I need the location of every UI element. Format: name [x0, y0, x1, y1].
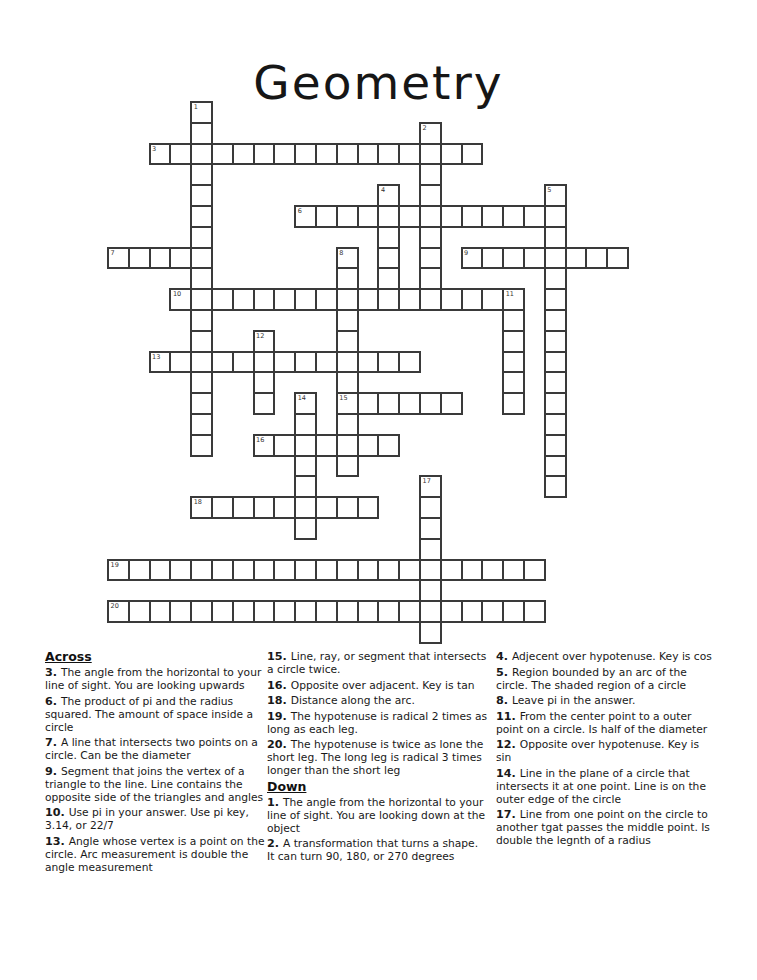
cell-number-15: 15 [339, 394, 347, 402]
grid-cell-r16c7[interactable]: 16 [253, 434, 276, 457]
grid-cell-r9c18[interactable] [481, 288, 504, 311]
grid-cell-r12c3[interactable] [169, 351, 192, 374]
grid-cell-r4c13[interactable]: 4 [377, 184, 400, 207]
clue-number: 7. [45, 736, 61, 749]
grid-cell-r5c15[interactable] [419, 205, 442, 228]
grid-cell-r3c4[interactable] [190, 163, 213, 186]
grid-cell-r9c5[interactable] [211, 288, 234, 311]
clue-down-11: 11. From the center point to a outer poi… [496, 710, 717, 736]
grid-cell-r2c5[interactable] [211, 143, 234, 166]
clue-across-7: 7. A line that intersects two points on … [45, 736, 266, 762]
grid-cell-r2c7[interactable] [253, 143, 276, 166]
grid-cell-r14c11[interactable]: 15 [336, 392, 359, 415]
clue-number: 10. [45, 806, 69, 819]
grid-cell-r2c2[interactable]: 3 [149, 143, 172, 166]
clue-column-2: 15. Line, ray, or segment that intersect… [267, 650, 488, 866]
grid-cell-r12c21[interactable] [544, 351, 567, 374]
grid-cell-r2c12[interactable] [357, 143, 380, 166]
clue-across-13: 13. Angle whose vertex is a point on the… [45, 835, 266, 874]
cell-number-1: 1 [194, 103, 198, 111]
grid-cell-r12c5[interactable] [211, 351, 234, 374]
clue-down-4: 4. Adjecent over hypotenuse. Key is cos [496, 650, 717, 663]
grid-cell-r10c4[interactable] [190, 309, 213, 332]
clue-number: 11. [496, 710, 520, 723]
grid-cell-r6c4[interactable] [190, 226, 213, 249]
grid-cell-r20c15[interactable] [419, 517, 442, 540]
grid-cell-r5c17[interactable] [461, 205, 484, 228]
grid-cell-r22c4[interactable] [190, 559, 213, 582]
grid-cell-r15c11[interactable] [336, 413, 359, 436]
clue-across-19: 19. The hypotenuse is radical 2 times as… [267, 710, 488, 736]
crossword-worksheet-page: Geometry 1234567891011121314151617181920… [0, 0, 757, 980]
grid-cell-r5c10[interactable] [315, 205, 338, 228]
grid-cell-r13c11[interactable] [336, 371, 359, 394]
grid-cell-r7c3[interactable] [169, 247, 192, 270]
grid-cell-r6c13[interactable] [377, 226, 400, 249]
grid-cell-r12c9[interactable] [294, 351, 317, 374]
grid-cell-r24c3[interactable] [169, 600, 192, 623]
grid-cell-r7c22[interactable] [565, 247, 588, 270]
grid-cell-r24c13[interactable] [377, 600, 400, 623]
grid-cell-r19c7[interactable] [253, 496, 276, 519]
grid-cell-r19c15[interactable] [419, 496, 442, 519]
grid-cell-r22c7[interactable] [253, 559, 276, 582]
crossword-grid: 1234567891011121314151617181920 [107, 101, 630, 645]
grid-cell-r16c8[interactable] [273, 434, 296, 457]
clue-across-3: 3. The angle from the horizontal to your… [45, 666, 266, 692]
grid-cell-r19c6[interactable] [232, 496, 255, 519]
clue-number: 20. [267, 738, 291, 751]
grid-cell-r15c9[interactable] [294, 413, 317, 436]
grid-cell-r17c21[interactable] [544, 455, 567, 478]
grid-cell-r1c15[interactable]: 2 [419, 122, 442, 145]
grid-cell-r22c11[interactable] [336, 559, 359, 582]
grid-cell-r7c1[interactable] [128, 247, 151, 270]
grid-cell-r7c0[interactable]: 7 [107, 247, 130, 270]
grid-cell-r22c19[interactable] [502, 559, 525, 582]
clue-number: 14. [496, 767, 520, 780]
grid-cell-r9c21[interactable] [544, 288, 567, 311]
grid-cell-r18c9[interactable] [294, 475, 317, 498]
cell-number-5: 5 [547, 186, 551, 194]
grid-cell-r16c11[interactable] [336, 434, 359, 457]
grid-cell-r24c18[interactable] [481, 600, 504, 623]
grid-cell-r14c7[interactable] [253, 392, 276, 415]
grid-cell-r23c15[interactable] [419, 579, 442, 602]
grid-cell-r7c2[interactable] [149, 247, 172, 270]
clue-number: 4. [496, 650, 512, 663]
cell-number-9: 9 [464, 249, 468, 257]
grid-cell-r13c4[interactable] [190, 371, 213, 394]
grid-cell-r20c9[interactable] [294, 517, 317, 540]
grid-cell-r24c11[interactable] [336, 600, 359, 623]
grid-cell-r19c11[interactable] [336, 496, 359, 519]
grid-cell-r4c21[interactable]: 5 [544, 184, 567, 207]
grid-cell-r16c13[interactable] [377, 434, 400, 457]
clue-column-1: Across3. The angle from the horizontal t… [45, 650, 266, 876]
grid-cell-r13c7[interactable] [253, 371, 276, 394]
cell-number-16: 16 [256, 436, 264, 444]
cell-number-10: 10 [173, 290, 181, 298]
grid-cell-r2c11[interactable] [336, 143, 359, 166]
grid-cell-r0c4[interactable]: 1 [190, 101, 213, 124]
grid-cell-r24c19[interactable] [502, 600, 525, 623]
cell-number-13: 13 [152, 353, 160, 361]
grid-cell-r11c21[interactable] [544, 330, 567, 353]
grid-cell-r9c17[interactable] [461, 288, 484, 311]
grid-cell-r12c19[interactable] [502, 351, 525, 374]
grid-cell-r22c13[interactable] [377, 559, 400, 582]
grid-cell-r5c20[interactable] [523, 205, 546, 228]
grid-cell-r14c16[interactable] [440, 392, 463, 415]
grid-cell-r10c19[interactable] [502, 309, 525, 332]
grid-cell-r6c15[interactable] [419, 226, 442, 249]
grid-cell-r10c11[interactable] [336, 309, 359, 332]
grid-cell-r9c3[interactable]: 10 [169, 288, 192, 311]
grid-cell-r7c18[interactable] [481, 247, 504, 270]
cell-number-4: 4 [381, 186, 385, 194]
grid-cell-r1c4[interactable] [190, 122, 213, 145]
grid-cell-r24c15[interactable] [419, 600, 442, 623]
grid-cell-r22c6[interactable] [232, 559, 255, 582]
grid-cell-r22c20[interactable] [523, 559, 546, 582]
grid-cell-r14c9[interactable]: 14 [294, 392, 317, 415]
clue-down-1: 1. The angle from the horizontal to your… [267, 796, 488, 835]
grid-cell-r5c14[interactable] [398, 205, 421, 228]
grid-cell-r7c20[interactable] [523, 247, 546, 270]
grid-cell-r13c21[interactable] [544, 371, 567, 394]
cell-number-12: 12 [256, 332, 264, 340]
grid-cell-r12c10[interactable] [315, 351, 338, 374]
grid-cell-r12c6[interactable] [232, 351, 255, 374]
grid-cell-r4c4[interactable] [190, 184, 213, 207]
cell-number-11: 11 [506, 290, 514, 298]
grid-cell-r14c21[interactable] [544, 392, 567, 415]
grid-cell-r2c3[interactable] [169, 143, 192, 166]
grid-cell-r7c15[interactable] [419, 247, 442, 270]
grid-cell-r12c8[interactable] [273, 351, 296, 374]
clue-across-16: 16. Opposite over adjacent. Key is tan [267, 679, 488, 692]
grid-cell-r24c14[interactable] [398, 600, 421, 623]
grid-cell-r2c14[interactable] [398, 143, 421, 166]
grid-cell-r9c16[interactable] [440, 288, 463, 311]
grid-cell-r12c7[interactable] [253, 351, 276, 374]
grid-cell-r22c3[interactable] [169, 559, 192, 582]
grid-cell-r8c11[interactable] [336, 267, 359, 290]
grid-cell-r11c19[interactable] [502, 330, 525, 353]
grid-cell-r24c1[interactable] [128, 600, 151, 623]
clue-number: 6. [45, 695, 61, 708]
grid-cell-r24c10[interactable] [315, 600, 338, 623]
grid-cell-r18c15[interactable]: 17 [419, 475, 442, 498]
clue-number: 1. [267, 796, 283, 809]
grid-cell-r24c17[interactable] [461, 600, 484, 623]
grid-cell-r22c0[interactable]: 19 [107, 559, 130, 582]
grid-cell-r9c10[interactable] [315, 288, 338, 311]
grid-cell-r5c21[interactable] [544, 205, 567, 228]
grid-cell-r5c19[interactable] [502, 205, 525, 228]
grid-cell-r24c5[interactable] [211, 600, 234, 623]
down-clues-header: Down [267, 780, 488, 793]
clue-number: 8. [496, 694, 512, 707]
grid-cell-r9c15[interactable] [419, 288, 442, 311]
grid-cell-r7c11[interactable]: 8 [336, 247, 359, 270]
grid-cell-r14c12[interactable] [357, 392, 380, 415]
grid-cell-r9c8[interactable] [273, 288, 296, 311]
grid-cell-r15c4[interactable] [190, 413, 213, 436]
clue-across-6: 6. The product of pi and the radius squa… [45, 695, 266, 734]
clue-number: 3. [45, 666, 61, 679]
cell-number-3: 3 [152, 145, 156, 153]
grid-cell-r12c2[interactable]: 13 [149, 351, 172, 374]
grid-cell-r24c0[interactable]: 20 [107, 600, 130, 623]
grid-cell-r16c4[interactable] [190, 434, 213, 457]
grid-cell-r8c15[interactable] [419, 267, 442, 290]
grid-cell-r24c4[interactable] [190, 600, 213, 623]
grid-cell-r12c13[interactable] [377, 351, 400, 374]
clue-number: 18. [267, 694, 291, 707]
grid-cell-r24c6[interactable] [232, 600, 255, 623]
grid-cell-r8c4[interactable] [190, 267, 213, 290]
grid-cell-r2c9[interactable] [294, 143, 317, 166]
grid-cell-r12c4[interactable] [190, 351, 213, 374]
grid-cell-r22c2[interactable] [149, 559, 172, 582]
cell-number-14: 14 [298, 394, 306, 402]
clue-number: 15. [267, 650, 291, 663]
grid-cell-r19c9[interactable] [294, 496, 317, 519]
clue-down-14: 14. Line in the plane of a circle that i… [496, 767, 717, 806]
grid-cell-r18c21[interactable] [544, 475, 567, 498]
grid-cell-r19c4[interactable]: 18 [190, 496, 213, 519]
clue-across-9: 9. Segment that joins the vertex of a tr… [45, 765, 266, 804]
clue-across-15: 15. Line, ray, or segment that intersect… [267, 650, 488, 676]
grid-cell-r5c18[interactable] [481, 205, 504, 228]
grid-cell-r24c2[interactable] [149, 600, 172, 623]
clue-down-17: 17. Line from one point on the circle to… [496, 808, 717, 847]
grid-cell-r19c10[interactable] [315, 496, 338, 519]
grid-cell-r9c4[interactable] [190, 288, 213, 311]
clue-number: 17. [496, 808, 520, 821]
grid-cell-r4c15[interactable] [419, 184, 442, 207]
across-clues-header: Across [45, 650, 266, 663]
grid-cell-r2c15[interactable] [419, 143, 442, 166]
grid-cell-r9c9[interactable] [294, 288, 317, 311]
grid-cell-r11c11[interactable] [336, 330, 359, 353]
grid-cell-r9c6[interactable] [232, 288, 255, 311]
grid-cell-r13c19[interactable] [502, 371, 525, 394]
grid-cell-r14c15[interactable] [419, 392, 442, 415]
grid-cell-r19c12[interactable] [357, 496, 380, 519]
grid-cell-r9c7[interactable] [253, 288, 276, 311]
clue-down-8: 8. Leave pi in the answer. [496, 694, 717, 707]
grid-cell-r24c16[interactable] [440, 600, 463, 623]
grid-cell-r7c17[interactable]: 9 [461, 247, 484, 270]
clue-column-3: 4. Adjecent over hypotenuse. Key is cos5… [496, 650, 717, 850]
grid-cell-r22c1[interactable] [128, 559, 151, 582]
grid-cell-r15c21[interactable] [544, 413, 567, 436]
grid-cell-r14c19[interactable] [502, 392, 525, 415]
clue-down-12: 12. Opposite over hypotenuse. Key is sin [496, 738, 717, 764]
grid-cell-r16c9[interactable] [294, 434, 317, 457]
grid-cell-r12c11[interactable] [336, 351, 359, 374]
grid-cell-r22c16[interactable] [440, 559, 463, 582]
grid-cell-r5c9[interactable]: 6 [294, 205, 317, 228]
grid-cell-r7c13[interactable] [377, 247, 400, 270]
grid-cell-r7c24[interactable] [606, 247, 629, 270]
grid-cell-r19c8[interactable] [273, 496, 296, 519]
grid-cell-r3c15[interactable] [419, 163, 442, 186]
grid-cell-r22c10[interactable] [315, 559, 338, 582]
grid-cell-r22c17[interactable] [461, 559, 484, 582]
clue-number: 2. [267, 837, 283, 850]
grid-cell-r7c19[interactable] [502, 247, 525, 270]
grid-cell-r5c16[interactable] [440, 205, 463, 228]
grid-cell-r10c21[interactable] [544, 309, 567, 332]
grid-cell-r22c5[interactable] [211, 559, 234, 582]
grid-cell-r24c9[interactable] [294, 600, 317, 623]
grid-cell-r22c8[interactable] [273, 559, 296, 582]
grid-cell-r5c12[interactable] [357, 205, 380, 228]
clue-number: 5. [496, 666, 512, 679]
grid-cell-r2c16[interactable] [440, 143, 463, 166]
clue-number: 9. [45, 765, 61, 778]
grid-cell-r2c4[interactable] [190, 143, 213, 166]
cell-number-7: 7 [111, 249, 115, 257]
grid-cell-r24c8[interactable] [273, 600, 296, 623]
grid-cell-r11c7[interactable]: 12 [253, 330, 276, 353]
grid-cell-r6c21[interactable] [544, 226, 567, 249]
grid-cell-r22c18[interactable] [481, 559, 504, 582]
grid-cell-r2c10[interactable] [315, 143, 338, 166]
grid-cell-r12c12[interactable] [357, 351, 380, 374]
cell-number-8: 8 [339, 249, 343, 257]
grid-cell-r9c19[interactable]: 11 [502, 288, 525, 311]
grid-cell-r17c11[interactable] [336, 455, 359, 478]
clue-number: 16. [267, 679, 291, 692]
cell-number-17: 17 [423, 477, 431, 485]
grid-cell-r22c14[interactable] [398, 559, 421, 582]
cell-number-6: 6 [298, 207, 302, 215]
grid-cell-r8c21[interactable] [544, 267, 567, 290]
grid-cell-r8c13[interactable] [377, 267, 400, 290]
cell-number-18: 18 [194, 498, 202, 506]
clue-across-20: 20. The hypotenuse is twice as lone the … [267, 738, 488, 777]
grid-cell-r16c21[interactable] [544, 434, 567, 457]
grid-cell-r24c12[interactable] [357, 600, 380, 623]
grid-cell-r9c12[interactable] [357, 288, 380, 311]
grid-cell-r2c17[interactable] [461, 143, 484, 166]
cell-number-20: 20 [111, 602, 119, 610]
clue-number: 12. [496, 738, 520, 751]
grid-cell-r17c9[interactable] [294, 455, 317, 478]
grid-cell-r22c15[interactable] [419, 559, 442, 582]
grid-cell-r7c4[interactable] [190, 247, 213, 270]
grid-cell-r9c14[interactable] [398, 288, 421, 311]
grid-cell-r22c9[interactable] [294, 559, 317, 582]
grid-cell-r7c21[interactable] [544, 247, 567, 270]
grid-cell-r2c8[interactable] [273, 143, 296, 166]
clue-number: 13. [45, 835, 69, 848]
grid-cell-r2c13[interactable] [377, 143, 400, 166]
grid-cell-r2c6[interactable] [232, 143, 255, 166]
grid-cell-r25c15[interactable] [419, 621, 442, 644]
clue-across-18: 18. Distance along the arc. [267, 694, 488, 707]
clue-down-5: 5. Region bounded by an arc of the circl… [496, 666, 717, 692]
grid-cell-r14c13[interactable] [377, 392, 400, 415]
grid-cell-r7c23[interactable] [585, 247, 608, 270]
grid-cell-r14c4[interactable] [190, 392, 213, 415]
grid-cell-r24c20[interactable] [523, 600, 546, 623]
clue-across-10: 10. Use pi in your answer. Use pi key, 3… [45, 806, 266, 832]
grid-cell-r16c10[interactable] [315, 434, 338, 457]
grid-cell-r5c4[interactable] [190, 205, 213, 228]
grid-cell-r22c12[interactable] [357, 559, 380, 582]
grid-cell-r5c13[interactable] [377, 205, 400, 228]
clue-number: 19. [267, 710, 291, 723]
cell-number-19: 19 [111, 561, 119, 569]
cell-number-2: 2 [423, 124, 427, 132]
grid-cell-r11c4[interactable] [190, 330, 213, 353]
grid-cell-r16c12[interactable] [357, 434, 380, 457]
grid-cell-r9c13[interactable] [377, 288, 400, 311]
grid-cell-r21c15[interactable] [419, 538, 442, 561]
grid-cell-r24c7[interactable] [253, 600, 276, 623]
grid-cell-r9c11[interactable] [336, 288, 359, 311]
grid-cell-r12c14[interactable] [398, 351, 421, 374]
grid-cell-r5c11[interactable] [336, 205, 359, 228]
clue-down-2: 2. A transformation that turns a shape. … [267, 837, 488, 863]
grid-cell-r19c5[interactable] [211, 496, 234, 519]
grid-cell-r14c14[interactable] [398, 392, 421, 415]
